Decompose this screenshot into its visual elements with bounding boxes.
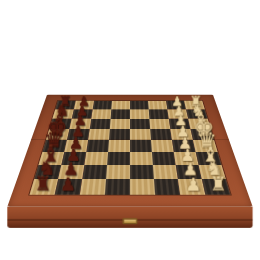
square-g2: ♟ [167, 109, 188, 118]
square-b3 [153, 165, 178, 179]
square-e4 [130, 129, 151, 140]
square-f6 [90, 119, 111, 129]
board-squares: ♜♟♟♜♞♟♟♞♝♟♟♝♚♟♟♚♛♟♟♛♝♟♟♝♞♟♟♞♜♟♟♜ [30, 101, 231, 195]
square-a6 [80, 179, 106, 195]
board-frame: ♜♟♟♜♞♟♟♞♝♟♟♝♚♟♟♚♛♟♟♛♝♟♟♝♞♟♟♞♜♟♟♜ [7, 95, 252, 207]
square-a5 [105, 179, 130, 195]
square-g3 [149, 109, 169, 118]
piece-white-knight: ♞ [191, 103, 205, 119]
square-d7: ♟ [64, 140, 88, 152]
square-g1: ♞ [186, 109, 208, 118]
square-b8: ♞ [34, 165, 61, 179]
square-c3 [152, 152, 176, 165]
square-h6 [93, 101, 112, 110]
chess-board: ♜♟♟♜♞♟♟♞♝♟♟♝♚♟♟♚♛♟♟♛♝♟♟♝♞♟♟♞♜♟♟♜ [7, 95, 252, 207]
square-g7: ♟ [72, 109, 93, 118]
piece-black-knight: ♞ [55, 103, 69, 119]
square-b7: ♟ [58, 165, 84, 179]
square-d3 [151, 140, 174, 152]
square-h3 [148, 101, 167, 110]
piece-white-pawn: ♟ [182, 161, 197, 178]
piece-black-pawn: ♟ [77, 96, 89, 109]
square-e1: ♚ [191, 129, 214, 140]
square-a8: ♜ [30, 179, 59, 195]
piece-white-pawn: ♟ [185, 176, 201, 194]
square-c4 [130, 152, 153, 165]
square-e7: ♟ [67, 129, 90, 140]
square-g4 [130, 109, 149, 118]
fold-seam-line [31, 140, 230, 141]
square-f5 [110, 119, 130, 129]
piece-black-pawn: ♟ [63, 161, 78, 178]
square-g8: ♞ [52, 109, 74, 118]
piece-black-bishop: ♝ [41, 144, 60, 165]
square-d1: ♛ [193, 140, 218, 152]
piece-white-pawn: ♟ [171, 96, 183, 109]
square-f8: ♝ [49, 119, 71, 129]
board-front-edge [7, 207, 252, 228]
square-e8: ♚ [46, 129, 69, 140]
square-c2: ♟ [174, 152, 199, 165]
piece-black-rook: ♜ [58, 95, 71, 109]
square-a4 [130, 179, 155, 195]
square-b4 [130, 165, 154, 179]
piece-white-bishop: ♝ [201, 144, 220, 165]
square-g6 [91, 109, 111, 118]
square-d5 [108, 140, 130, 152]
square-c1: ♝ [196, 152, 222, 165]
square-h1: ♜ [184, 101, 205, 110]
chess-set-photo: ♜♟♟♜♞♟♟♞♝♟♟♝♚♟♟♚♛♟♟♛♝♟♟♝♞♟♟♞♜♟♟♜ [0, 0, 260, 260]
square-c7: ♟ [61, 152, 86, 165]
square-h4 [130, 101, 149, 110]
square-a3 [154, 179, 180, 195]
square-b5 [106, 165, 130, 179]
square-e5 [109, 129, 130, 140]
square-f1: ♝ [188, 119, 210, 129]
square-h8: ♜ [55, 101, 76, 110]
square-d2: ♟ [172, 140, 196, 152]
square-f7: ♟ [69, 119, 91, 129]
square-h7: ♟ [74, 101, 94, 110]
square-f2: ♟ [169, 119, 191, 129]
piece-black-pawn: ♟ [59, 176, 75, 194]
square-c5 [107, 152, 130, 165]
square-a7: ♟ [55, 179, 82, 195]
square-d8: ♛ [42, 140, 67, 152]
square-g5 [111, 109, 130, 118]
square-a2: ♟ [178, 179, 205, 195]
square-c8: ♝ [39, 152, 65, 165]
square-b2: ♟ [176, 165, 202, 179]
square-h2: ♟ [166, 101, 186, 110]
piece-black-rook: ♜ [34, 175, 51, 194]
square-h5 [111, 101, 130, 110]
square-d6 [86, 140, 109, 152]
square-e3 [150, 129, 172, 140]
square-f4 [130, 119, 150, 129]
square-d4 [130, 140, 152, 152]
square-b1: ♞ [199, 165, 226, 179]
square-b6 [82, 165, 107, 179]
square-c6 [84, 152, 108, 165]
square-e6 [88, 129, 110, 140]
square-f3 [149, 119, 170, 129]
piece-white-rook: ♜ [189, 95, 202, 109]
square-a1: ♜ [202, 179, 231, 195]
square-e2: ♟ [170, 129, 193, 140]
piece-white-rook: ♜ [209, 175, 226, 194]
brass-clasp [123, 218, 138, 224]
